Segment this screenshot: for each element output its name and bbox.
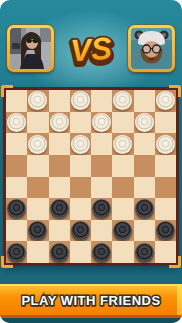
- board-cell-r4c7[interactable]: [134, 155, 155, 177]
- board-cell-r6c1[interactable]: [6, 198, 27, 220]
- checker-black[interactable]: [135, 243, 154, 262]
- board-cell-r7c3[interactable]: [49, 220, 70, 242]
- board-cell-r3c4[interactable]: [70, 133, 91, 155]
- checker-black[interactable]: [92, 243, 111, 262]
- board-cell-r2c2[interactable]: [27, 112, 48, 134]
- board-cell-r4c1[interactable]: [6, 155, 27, 177]
- board-cell-r4c6[interactable]: [112, 155, 133, 177]
- board-cell-r8c7[interactable]: [134, 241, 155, 263]
- board-cell-r2c7[interactable]: [134, 112, 155, 134]
- board-cell-r4c8[interactable]: [155, 155, 176, 177]
- board-cell-r3c6[interactable]: [112, 133, 133, 155]
- checker-black[interactable]: [50, 199, 69, 218]
- board-grid: [6, 90, 176, 263]
- board-cell-r1c4[interactable]: [70, 90, 91, 112]
- board-cell-r5c6[interactable]: [112, 177, 133, 199]
- board-cell-r7c1[interactable]: [6, 220, 27, 242]
- woman-sunglasses-photo: [10, 28, 51, 69]
- board-cell-r3c5[interactable]: [91, 133, 112, 155]
- corner-bracket-top-right: [169, 85, 181, 97]
- app-screenshot: VS VS: [0, 0, 182, 323]
- board-cell-r5c7[interactable]: [134, 177, 155, 199]
- vs-text: VS: [69, 31, 113, 69]
- board-cell-r1c5[interactable]: [91, 90, 112, 112]
- player-avatar-right[interactable]: [128, 25, 175, 72]
- board-cell-r4c5[interactable]: [91, 155, 112, 177]
- checkers-board: [3, 87, 179, 266]
- board-cell-r3c2[interactable]: [27, 133, 48, 155]
- board-cell-r7c4[interactable]: [70, 220, 91, 242]
- man-panda-hat-photo: [131, 28, 172, 69]
- checker-white[interactable]: [28, 135, 47, 154]
- board-cell-r6c7[interactable]: [134, 198, 155, 220]
- board-cell-r7c8[interactable]: [155, 220, 176, 242]
- board-cell-r4c2[interactable]: [27, 155, 48, 177]
- checker-white[interactable]: [156, 135, 175, 154]
- checker-white[interactable]: [7, 113, 26, 132]
- checker-black[interactable]: [71, 221, 90, 240]
- checker-white[interactable]: [28, 91, 47, 110]
- board-cell-r7c2[interactable]: [27, 220, 48, 242]
- checker-white[interactable]: [113, 91, 132, 110]
- vs-badge: VS VS: [60, 25, 122, 73]
- checker-white[interactable]: [113, 135, 132, 154]
- board-cell-r3c1[interactable]: [6, 133, 27, 155]
- board-cell-r6c6[interactable]: [112, 198, 133, 220]
- board-cell-r4c4[interactable]: [70, 155, 91, 177]
- board-cell-r1c7[interactable]: [134, 90, 155, 112]
- board-cell-r6c3[interactable]: [49, 198, 70, 220]
- board-cell-r7c5[interactable]: [91, 220, 112, 242]
- corner-bracket-top-left: [1, 85, 13, 97]
- board-cell-r2c6[interactable]: [112, 112, 133, 134]
- board-cell-r5c8[interactable]: [155, 177, 176, 199]
- board-cell-r2c4[interactable]: [70, 112, 91, 134]
- checker-white[interactable]: [71, 135, 90, 154]
- checker-white[interactable]: [50, 113, 69, 132]
- board-cell-r8c2[interactable]: [27, 241, 48, 263]
- board-cell-r2c1[interactable]: [6, 112, 27, 134]
- board-cell-r8c5[interactable]: [91, 241, 112, 263]
- board-cell-r1c2[interactable]: [27, 90, 48, 112]
- play-with-friends-button[interactable]: PLAY WITH FRIENDS: [0, 284, 182, 318]
- board-cell-r6c5[interactable]: [91, 198, 112, 220]
- corner-bracket-bottom-left: [1, 256, 13, 268]
- checker-black[interactable]: [28, 221, 47, 240]
- checker-black[interactable]: [135, 199, 154, 218]
- checker-white[interactable]: [71, 91, 90, 110]
- board-cell-r5c4[interactable]: [70, 177, 91, 199]
- play-with-friends-label: PLAY WITH FRIENDS: [0, 286, 182, 315]
- checker-black[interactable]: [7, 199, 26, 218]
- checker-black[interactable]: [113, 221, 132, 240]
- board-cell-r5c3[interactable]: [49, 177, 70, 199]
- checker-black[interactable]: [50, 243, 69, 262]
- board-cell-r2c5[interactable]: [91, 112, 112, 134]
- board-cell-r6c2[interactable]: [27, 198, 48, 220]
- board-cell-r8c6[interactable]: [112, 241, 133, 263]
- board-cell-r5c2[interactable]: [27, 177, 48, 199]
- board-cell-r5c5[interactable]: [91, 177, 112, 199]
- checker-black[interactable]: [92, 199, 111, 218]
- board-cell-r2c8[interactable]: [155, 112, 176, 134]
- board-cell-r7c7[interactable]: [134, 220, 155, 242]
- bottom-background-strip: [0, 318, 182, 323]
- board-cell-r6c4[interactable]: [70, 198, 91, 220]
- board-cell-r3c3[interactable]: [49, 133, 70, 155]
- board-cell-r1c3[interactable]: [49, 90, 70, 112]
- checker-black[interactable]: [156, 221, 175, 240]
- game-screen: VS VS: [0, 0, 182, 323]
- board-cell-r3c7[interactable]: [134, 133, 155, 155]
- board-cell-r4c3[interactable]: [49, 155, 70, 177]
- board-cell-r8c4[interactable]: [70, 241, 91, 263]
- player-avatar-left[interactable]: [7, 25, 54, 72]
- board-cell-r8c3[interactable]: [49, 241, 70, 263]
- board-cell-r1c6[interactable]: [112, 90, 133, 112]
- checker-white[interactable]: [92, 113, 111, 132]
- board-cell-r3c8[interactable]: [155, 133, 176, 155]
- board-cell-r2c3[interactable]: [49, 112, 70, 134]
- board-cell-r5c1[interactable]: [6, 177, 27, 199]
- corner-bracket-bottom-right: [169, 256, 181, 268]
- banner-shine-decoration: [177, 286, 182, 315]
- board-cell-r7c6[interactable]: [112, 220, 133, 242]
- checker-white[interactable]: [135, 113, 154, 132]
- board-cell-r6c8[interactable]: [155, 198, 176, 220]
